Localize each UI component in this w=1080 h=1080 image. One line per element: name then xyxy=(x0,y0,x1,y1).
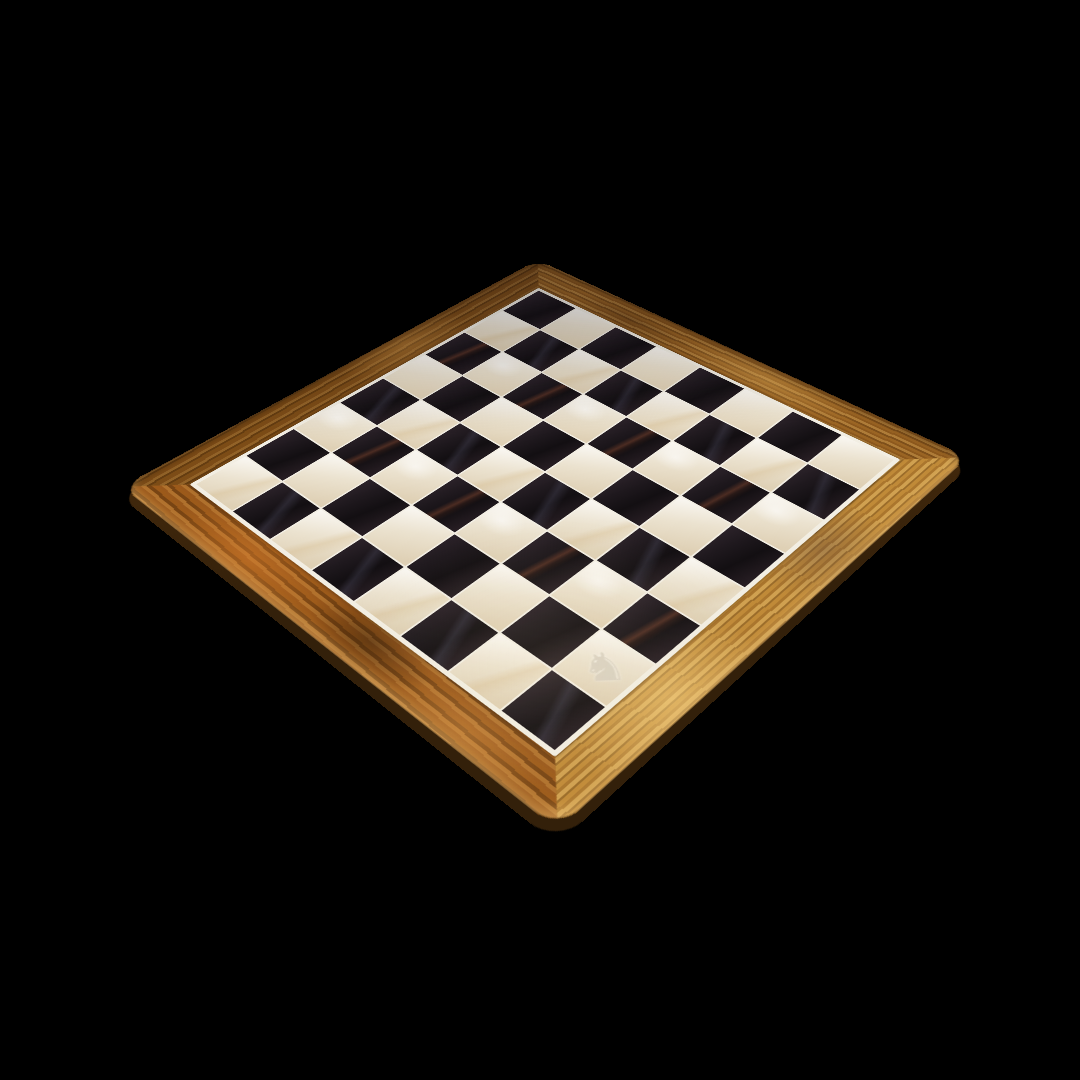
chess-board: ♞ xyxy=(122,260,969,830)
playing-field: ♞ xyxy=(190,288,901,757)
backdrop: ♞ xyxy=(0,0,1080,1080)
board-top-face: ♞ xyxy=(122,260,969,830)
